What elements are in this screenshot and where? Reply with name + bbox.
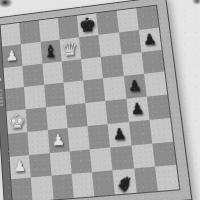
square-e2[interactable] [90,147,113,172]
square-a1[interactable] [11,178,33,200]
piece-black-pawn[interactable]: ♟ [112,126,127,142]
square-c8[interactable] [38,18,59,42]
square-f2[interactable] [110,145,133,171]
square-h6[interactable] [141,49,164,74]
square-b3[interactable] [28,130,50,155]
square-e7[interactable] [79,35,101,59]
square-d7[interactable]: ♛ [59,37,81,61]
square-h4[interactable] [146,95,170,120]
square-d2[interactable] [69,149,92,174]
square-a7[interactable]: ♟ [2,44,23,68]
square-c1[interactable] [51,174,73,199]
square-d1[interactable] [71,172,94,198]
piece-white-pawn[interactable]: ♟ [6,48,19,63]
square-f4[interactable] [105,99,128,124]
square-f6[interactable] [101,54,123,78]
piece-white-pawn[interactable]: ♟ [13,159,27,175]
square-g8[interactable] [116,8,138,32]
maker-mark-icon: ⊕ [0,76,2,82]
square-f5[interactable] [103,76,126,101]
square-h7[interactable]: ♟ [139,27,162,51]
square-c4[interactable] [45,105,67,130]
square-e1[interactable] [92,171,115,197]
square-d8[interactable] [58,16,79,40]
square-f7[interactable] [99,32,121,56]
square-f1[interactable]: ♞ [113,169,137,195]
square-b7[interactable] [21,42,42,66]
photo-frame: ⊕ CHESS ♚♟♝♛♟♟♚♟♟♟♟♞ ✣ [0,0,200,200]
square-b4[interactable] [26,107,47,131]
square-h8[interactable] [136,6,159,30]
piece-white-king[interactable]: ♚ [8,111,26,132]
maker-text: CHESS [0,89,4,107]
piece-black-king[interactable]: ♚ [78,15,97,35]
square-e5[interactable] [83,79,105,104]
square-f3[interactable]: ♟ [108,122,131,147]
square-a3[interactable] [8,132,29,157]
square-c6[interactable] [42,61,63,85]
piece-white-pawn[interactable]: ♟ [51,132,65,148]
square-d4[interactable] [65,103,87,128]
square-f8[interactable] [96,11,118,35]
square-h1[interactable] [155,165,179,191]
square-g6[interactable] [121,52,144,77]
square-g5[interactable]: ♟ [123,74,146,99]
square-d3[interactable] [67,126,89,151]
square-e6[interactable] [81,56,103,80]
square-d6[interactable] [61,59,83,83]
square-c7[interactable]: ♝ [40,39,61,63]
square-g2[interactable] [131,143,155,169]
piece-black-pawn[interactable]: ♟ [130,101,145,117]
square-a6[interactable] [3,65,24,89]
square-h3[interactable] [149,118,173,143]
square-d5[interactable] [63,81,85,105]
square-g4[interactable]: ♟ [126,97,149,122]
square-c5[interactable] [44,83,66,107]
square-b5[interactable] [24,85,45,109]
square-a5[interactable] [5,87,26,111]
board-grid: ♚♟♝♛♟♟♚♟♟♟♟♞ [0,5,180,200]
square-c3[interactable]: ♟ [47,128,69,153]
piece-black-pawn[interactable]: ♟ [127,78,142,94]
square-g7[interactable] [119,30,142,54]
square-a4[interactable]: ♚ [6,109,27,133]
square-b2[interactable] [29,153,51,178]
square-b1[interactable] [31,176,53,200]
square-e8[interactable]: ♚ [77,13,99,37]
square-e4[interactable] [85,101,108,126]
square-g3[interactable] [128,120,152,145]
square-b6[interactable] [23,63,44,87]
square-h5[interactable] [144,72,167,97]
square-a2[interactable]: ♟ [10,155,31,180]
square-a8[interactable] [1,23,21,46]
piece-black-pawn[interactable]: ♟ [143,32,158,48]
chess-board: ⊕ CHESS ♚♟♝♛♟♟♚♟♟♟♟♞ ✣ [0,0,193,200]
square-e3[interactable] [87,124,110,149]
square-c2[interactable] [49,151,71,176]
square-h2[interactable] [152,141,176,167]
piece-white-queen[interactable]: ♛ [61,39,79,59]
square-b8[interactable] [19,21,40,44]
piece-black-bishop[interactable]: ♝ [43,43,58,60]
